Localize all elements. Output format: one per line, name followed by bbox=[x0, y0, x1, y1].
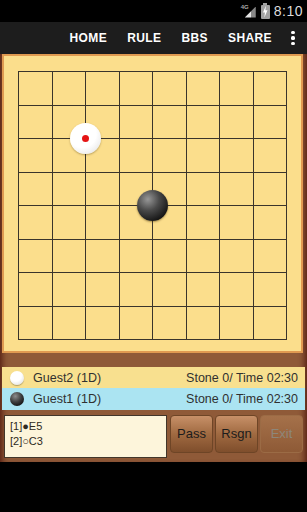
battery-charging-icon bbox=[261, 5, 270, 19]
move-entry: [1]●E5 bbox=[10, 419, 166, 434]
network-type-label: 4G bbox=[241, 4, 249, 10]
move-list: [1]●E5 [2]○C3 bbox=[4, 415, 167, 458]
app-body: Guest2 (1D) Stone 0/ Time 02:30 Guest1 (… bbox=[0, 54, 307, 462]
grid-line bbox=[18, 339, 287, 340]
action-bar: HOME RULE BBS SHARE bbox=[0, 22, 307, 54]
menu-item-home[interactable]: HOME bbox=[60, 31, 118, 45]
move-entry: [2]○C3 bbox=[10, 434, 166, 449]
player-name: Guest1 (1D) bbox=[33, 392, 186, 406]
resign-button[interactable]: Rsgn bbox=[215, 415, 258, 453]
go-board[interactable] bbox=[2, 54, 303, 353]
stone-white-C3 bbox=[70, 123, 101, 154]
grid-line bbox=[219, 71, 220, 340]
white-stone-icon bbox=[10, 371, 24, 385]
player-bar-white: Guest2 (1D) Stone 0/ Time 02:30 bbox=[2, 367, 305, 388]
grid-line bbox=[18, 272, 287, 273]
navigation-bar-area bbox=[0, 462, 307, 512]
grid-line bbox=[186, 71, 187, 340]
menu-item-rule[interactable]: RULE bbox=[117, 31, 171, 45]
player-stone-time: Stone 0/ Time 02:30 bbox=[186, 392, 305, 406]
player-stone-time: Stone 0/ Time 02:30 bbox=[186, 371, 305, 385]
charging-bolt-icon bbox=[262, 6, 269, 18]
overflow-menu-icon[interactable] bbox=[282, 22, 304, 54]
signal-4g-icon: 4G bbox=[241, 4, 257, 19]
last-move-marker bbox=[82, 135, 89, 142]
black-stone-icon bbox=[10, 392, 24, 406]
status-clock: 8:10 bbox=[274, 3, 303, 19]
player-name: Guest2 (1D) bbox=[33, 371, 186, 385]
status-bar: 4G 8:10 bbox=[0, 0, 307, 22]
menu-item-bbs[interactable]: BBS bbox=[171, 31, 218, 45]
grid-line bbox=[253, 71, 254, 340]
exit-button[interactable]: Exit bbox=[260, 415, 303, 453]
grid-line bbox=[18, 239, 287, 240]
player-bar-black: Guest1 (1D) Stone 0/ Time 02:30 bbox=[2, 388, 305, 410]
pass-button[interactable]: Pass bbox=[170, 415, 213, 453]
menu-item-share[interactable]: SHARE bbox=[218, 31, 282, 45]
grid-line bbox=[286, 71, 287, 340]
grid-line bbox=[18, 306, 287, 307]
board-grid bbox=[18, 71, 287, 340]
phone-screen: 4G 8:10 HOME RULE BBS SHARE Guest2 (1D) … bbox=[0, 0, 307, 512]
stone-black-E5 bbox=[137, 190, 168, 221]
